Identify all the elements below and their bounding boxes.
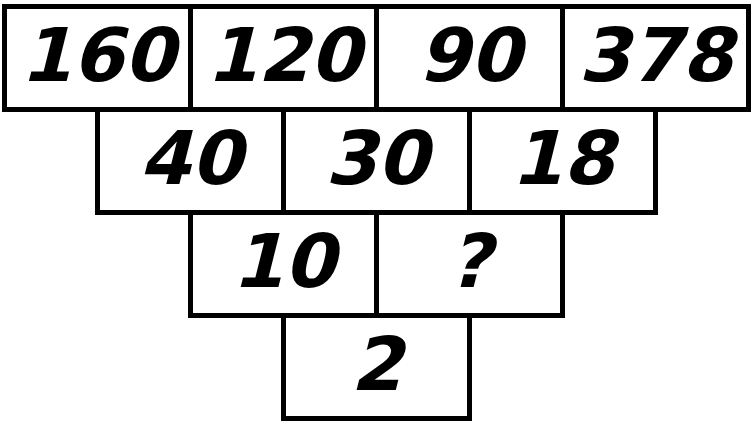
pyramid-cell-r3-c2: ? [374, 210, 565, 318]
pyramid-cell-r2-c2: 30 [281, 107, 472, 215]
pyramid-cell-r1-c3: 90 [374, 4, 565, 112]
pyramid-cell-r4-c1: 2 [281, 313, 472, 421]
pyramid-cell-r2-c3: 18 [467, 107, 658, 215]
pyramid-cell-r1-c2: 120 [188, 4, 379, 112]
pyramid-cell-r1-c4: 378 [560, 4, 751, 112]
pyramid-cell-r1-c1: 160 [2, 4, 193, 112]
pyramid-cell-r2-c1: 40 [95, 107, 286, 215]
pyramid-board: 1601209037840301810?2 [0, 0, 755, 424]
pyramid-cell-r3-c1: 10 [188, 210, 379, 318]
